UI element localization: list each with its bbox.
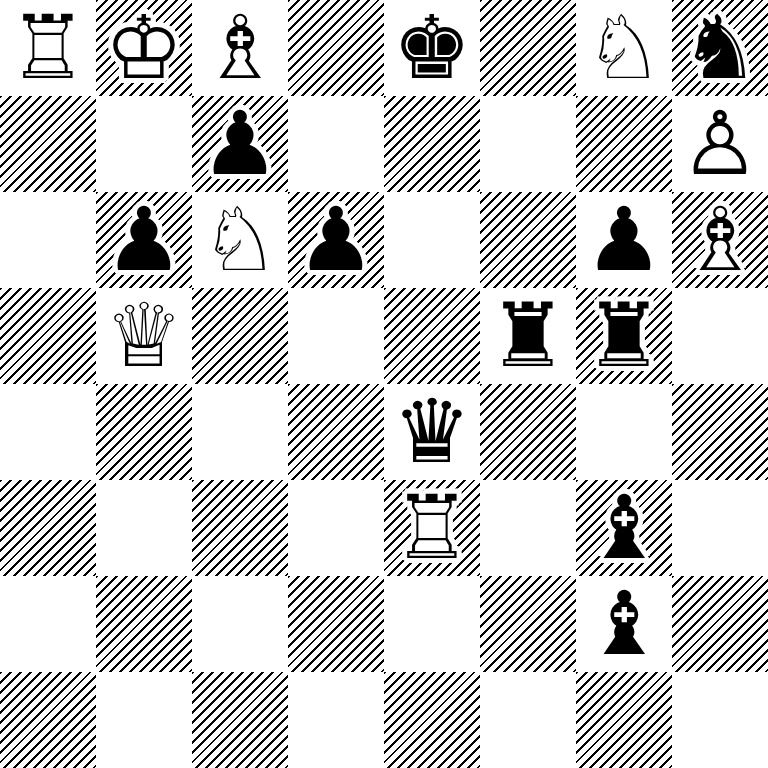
square-a8[interactable]: ♜♖ [0,0,96,96]
square-h2[interactable] [672,576,768,672]
black-pawn-glyph: ♟ [105,192,184,288]
square-f1[interactable] [480,672,576,768]
square-b1[interactable] [96,672,192,768]
square-g6[interactable]: ♟♟ [576,192,672,288]
square-h7[interactable]: ♟♙ [672,96,768,192]
square-b3[interactable] [96,480,192,576]
piece-black-pawn[interactable]: ♟♟ [576,192,672,288]
square-g8[interactable]: ♞♘ [576,0,672,96]
piece-white-pawn[interactable]: ♟♙ [672,96,768,192]
square-e2[interactable] [384,576,480,672]
square-a1[interactable] [0,672,96,768]
square-g5[interactable]: ♜♜ [576,288,672,384]
square-h1[interactable] [672,672,768,768]
piece-black-bishop[interactable]: ♝♝ [576,576,672,672]
piece-black-queen[interactable]: ♛♛ [384,384,480,480]
square-g1[interactable] [576,672,672,768]
piece-white-knight[interactable]: ♞♘ [576,0,672,96]
black-pawn-glyph: ♟ [297,192,376,288]
piece-black-rook[interactable]: ♜♜ [576,288,672,384]
square-b5[interactable]: ♛♕ [96,288,192,384]
square-c7[interactable]: ♟♟ [192,96,288,192]
black-bishop-glyph: ♝ [585,480,664,576]
square-c3[interactable] [192,480,288,576]
piece-white-rook[interactable]: ♜♖ [384,480,480,576]
square-e6[interactable] [384,192,480,288]
square-c5[interactable] [192,288,288,384]
piece-white-bishop[interactable]: ♝♗ [672,192,768,288]
square-a3[interactable] [0,480,96,576]
square-d2[interactable] [288,576,384,672]
square-c4[interactable] [192,384,288,480]
square-f5[interactable]: ♜♜ [480,288,576,384]
square-b4[interactable] [96,384,192,480]
square-a4[interactable] [0,384,96,480]
square-d3[interactable] [288,480,384,576]
square-a5[interactable] [0,288,96,384]
square-f8[interactable] [480,0,576,96]
square-c6[interactable]: ♞♘ [192,192,288,288]
white-rook-glyph: ♖ [9,0,88,96]
square-g4[interactable] [576,384,672,480]
square-a7[interactable] [0,96,96,192]
piece-black-pawn[interactable]: ♟♟ [96,192,192,288]
square-f3[interactable] [480,480,576,576]
square-e3[interactable]: ♜♖ [384,480,480,576]
piece-black-rook[interactable]: ♜♜ [480,288,576,384]
square-g7[interactable] [576,96,672,192]
square-e7[interactable] [384,96,480,192]
piece-white-bishop[interactable]: ♝♗ [192,0,288,96]
piece-white-queen[interactable]: ♛♕ [96,288,192,384]
black-king-glyph: ♚ [393,0,472,96]
square-b8[interactable]: ♚♔ [96,0,192,96]
square-c8[interactable]: ♝♗ [192,0,288,96]
white-king-glyph: ♔ [105,0,184,96]
piece-white-rook[interactable]: ♜♖ [0,0,96,96]
square-f4[interactable] [480,384,576,480]
piece-black-pawn[interactable]: ♟♟ [192,96,288,192]
white-knight-glyph: ♘ [201,192,280,288]
white-bishop-glyph: ♗ [201,0,280,96]
square-e5[interactable] [384,288,480,384]
piece-black-knight[interactable]: ♞♞ [672,0,768,96]
white-bishop-glyph: ♗ [681,192,760,288]
square-g2[interactable]: ♝♝ [576,576,672,672]
square-b7[interactable] [96,96,192,192]
black-queen-glyph: ♛ [393,384,472,480]
square-c1[interactable] [192,672,288,768]
white-queen-glyph: ♕ [105,288,184,384]
square-e4[interactable]: ♛♛ [384,384,480,480]
piece-black-bishop[interactable]: ♝♝ [576,480,672,576]
piece-black-king[interactable]: ♚♚ [384,0,480,96]
square-h8[interactable]: ♞♞ [672,0,768,96]
black-knight-glyph: ♞ [681,0,760,96]
square-e8[interactable]: ♚♚ [384,0,480,96]
white-knight-glyph: ♘ [585,0,664,96]
square-e1[interactable] [384,672,480,768]
chess-board: ♜♖♚♔♝♗♚♚♞♘♞♞♟♟♟♙♟♟♞♘♟♟♟♟♝♗♛♕♜♜♜♜♛♛♜♖♝♝♝♝ [0,0,768,768]
piece-white-king[interactable]: ♚♔ [96,0,192,96]
black-rook-glyph: ♜ [585,288,664,384]
black-rook-glyph: ♜ [489,288,568,384]
square-f2[interactable] [480,576,576,672]
square-h4[interactable] [672,384,768,480]
square-g3[interactable]: ♝♝ [576,480,672,576]
square-a6[interactable] [0,192,96,288]
square-d5[interactable] [288,288,384,384]
square-c2[interactable] [192,576,288,672]
square-d1[interactable] [288,672,384,768]
square-d6[interactable]: ♟♟ [288,192,384,288]
square-d8[interactable] [288,0,384,96]
square-f7[interactable] [480,96,576,192]
piece-white-knight[interactable]: ♞♘ [192,192,288,288]
square-b6[interactable]: ♟♟ [96,192,192,288]
square-h6[interactable]: ♝♗ [672,192,768,288]
black-pawn-glyph: ♟ [585,192,664,288]
square-f6[interactable] [480,192,576,288]
black-bishop-glyph: ♝ [585,576,664,672]
white-pawn-glyph: ♙ [681,96,760,192]
black-pawn-glyph: ♟ [201,96,280,192]
square-h3[interactable] [672,480,768,576]
square-a2[interactable] [0,576,96,672]
piece-black-pawn[interactable]: ♟♟ [288,192,384,288]
white-rook-glyph: ♖ [393,480,472,576]
square-b2[interactable] [96,576,192,672]
square-d4[interactable] [288,384,384,480]
square-h5[interactable] [672,288,768,384]
square-d7[interactable] [288,96,384,192]
